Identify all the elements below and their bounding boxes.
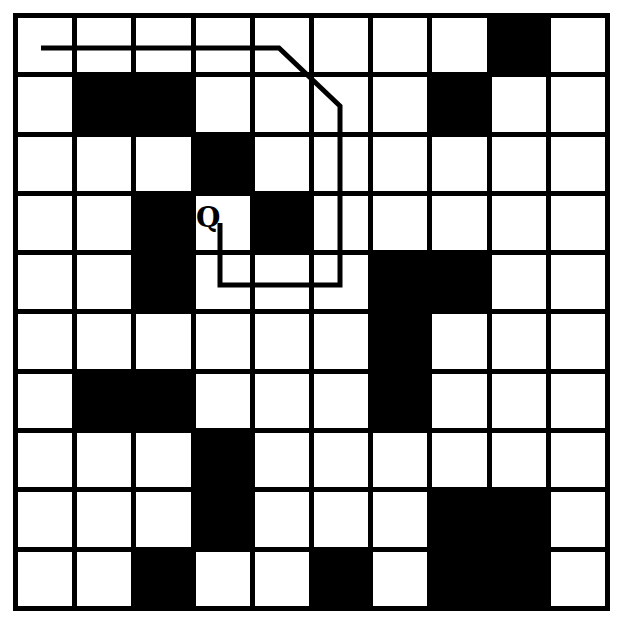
grid-cell-r6c7 xyxy=(373,314,427,368)
grid-cell-r10c3 xyxy=(136,552,190,606)
grid-cell-r10c9 xyxy=(492,552,546,606)
grid-cell-r8c5 xyxy=(255,433,309,487)
grid-cell-r10c2 xyxy=(77,552,131,606)
grid-cell-r7c7 xyxy=(373,374,427,428)
grid-cell-r9c9 xyxy=(492,492,546,546)
puzzle-diagram: Q xyxy=(0,0,623,629)
grid-cell-r8c3 xyxy=(136,433,190,487)
grid-cell-r6c9 xyxy=(492,314,546,368)
grid-cell-r1c10 xyxy=(551,18,605,72)
grid-cell-r6c3 xyxy=(136,314,190,368)
grid-cell-r1c6 xyxy=(314,18,368,72)
grid-cell-r2c4 xyxy=(196,77,250,131)
grid-cell-r4c2 xyxy=(77,196,131,250)
grid-cell-r7c2 xyxy=(77,374,131,428)
grid-cell-r3c3 xyxy=(136,137,190,191)
grid-cell-r1c4 xyxy=(196,18,250,72)
grid-cell-r10c4 xyxy=(196,552,250,606)
grid-cell-r1c3 xyxy=(136,18,190,72)
grid-cell-r6c6 xyxy=(314,314,368,368)
grid-cell-r7c5 xyxy=(255,374,309,428)
grid-cell-r3c10 xyxy=(551,137,605,191)
grid-cell-r9c4 xyxy=(196,492,250,546)
grid-cell-r4c8 xyxy=(432,196,486,250)
grid-cell-r4c10 xyxy=(551,196,605,250)
grid-cell-r6c4 xyxy=(196,314,250,368)
grid-cell-r6c5 xyxy=(255,314,309,368)
grid-cell-r7c4 xyxy=(196,374,250,428)
queen-start-marker: Q xyxy=(196,203,220,233)
grid-cell-r7c3 xyxy=(136,374,190,428)
grid-cell-r3c4 xyxy=(196,137,250,191)
grid-cell-r8c7 xyxy=(373,433,427,487)
grid-cell-r8c4 xyxy=(196,433,250,487)
grid-cell-r9c7 xyxy=(373,492,427,546)
grid-cell-r3c1 xyxy=(18,137,72,191)
grid-cell-r10c7 xyxy=(373,552,427,606)
grid-cell-r10c1 xyxy=(18,552,72,606)
grid-cell-r4c5 xyxy=(255,196,309,250)
grid-cell-r8c8 xyxy=(432,433,486,487)
grid-cell-r9c2 xyxy=(77,492,131,546)
grid-cell-r7c6 xyxy=(314,374,368,428)
grid-cell-r9c3 xyxy=(136,492,190,546)
grid-cell-r9c10 xyxy=(551,492,605,546)
grid-cell-r1c2 xyxy=(77,18,131,72)
grid-cell-r4c6 xyxy=(314,196,368,250)
grid-cell-r7c1 xyxy=(18,374,72,428)
grid-cell-r2c9 xyxy=(492,77,546,131)
grid-cell-r5c9 xyxy=(492,255,546,309)
grid-cell-r3c9 xyxy=(492,137,546,191)
grid-cell-r5c7 xyxy=(373,255,427,309)
grid-cell-r9c6 xyxy=(314,492,368,546)
grid-cell-r2c3 xyxy=(136,77,190,131)
grid-cell-r2c6 xyxy=(314,77,368,131)
grid-cell-r8c1 xyxy=(18,433,72,487)
grid-cell-r2c2 xyxy=(77,77,131,131)
grid-cell-r2c5 xyxy=(255,77,309,131)
grid-cell-r1c5 xyxy=(255,18,309,72)
grid-cell-r4c9 xyxy=(492,196,546,250)
grid-cell-r7c9 xyxy=(492,374,546,428)
grid-cell-r8c6 xyxy=(314,433,368,487)
grid-cell-r4c1 xyxy=(18,196,72,250)
grid-cell-r9c5 xyxy=(255,492,309,546)
grid-cell-r5c10 xyxy=(551,255,605,309)
grid-cell-r6c2 xyxy=(77,314,131,368)
grid-cell-r3c7 xyxy=(373,137,427,191)
grid-cell-r5c8 xyxy=(432,255,486,309)
grid-cell-r2c7 xyxy=(373,77,427,131)
grid-cell-r6c8 xyxy=(432,314,486,368)
grid-cell-r6c10 xyxy=(551,314,605,368)
grid-cell-r10c5 xyxy=(255,552,309,606)
grid-cell-r3c5 xyxy=(255,137,309,191)
grid-cell-r3c2 xyxy=(77,137,131,191)
grid-cell-r8c9 xyxy=(492,433,546,487)
grid-cell-r9c8 xyxy=(432,492,486,546)
grid-cell-r2c1 xyxy=(18,77,72,131)
grid-cell-r5c4 xyxy=(196,255,250,309)
grid-cell-r5c6 xyxy=(314,255,368,309)
grid-cell-r6c1 xyxy=(18,314,72,368)
grid-cell-r10c10 xyxy=(551,552,605,606)
grid-cell-r5c5 xyxy=(255,255,309,309)
grid-cell-r7c8 xyxy=(432,374,486,428)
grid-cell-r3c8 xyxy=(432,137,486,191)
grid-cell-r7c10 xyxy=(551,374,605,428)
grid-cell-r1c1 xyxy=(18,18,72,72)
grid-cell-r3c6 xyxy=(314,137,368,191)
grid-cell-r5c3 xyxy=(136,255,190,309)
grid-cell-r9c1 xyxy=(18,492,72,546)
puzzle-board xyxy=(13,13,610,611)
grid-cell-r4c7 xyxy=(373,196,427,250)
grid-cell-r8c10 xyxy=(551,433,605,487)
grid-cell-r1c9 xyxy=(492,18,546,72)
grid-cell-r8c2 xyxy=(77,433,131,487)
grid-cell-r5c1 xyxy=(18,255,72,309)
grid-cell-r2c8 xyxy=(432,77,486,131)
grid-cell-r1c8 xyxy=(432,18,486,72)
grid-cell-r5c2 xyxy=(77,255,131,309)
grid-cell-r1c7 xyxy=(373,18,427,72)
grid-cell-r10c8 xyxy=(432,552,486,606)
grid-cell-r10c6 xyxy=(314,552,368,606)
grid-cell-r2c10 xyxy=(551,77,605,131)
grid-cell-r4c3 xyxy=(136,196,190,250)
